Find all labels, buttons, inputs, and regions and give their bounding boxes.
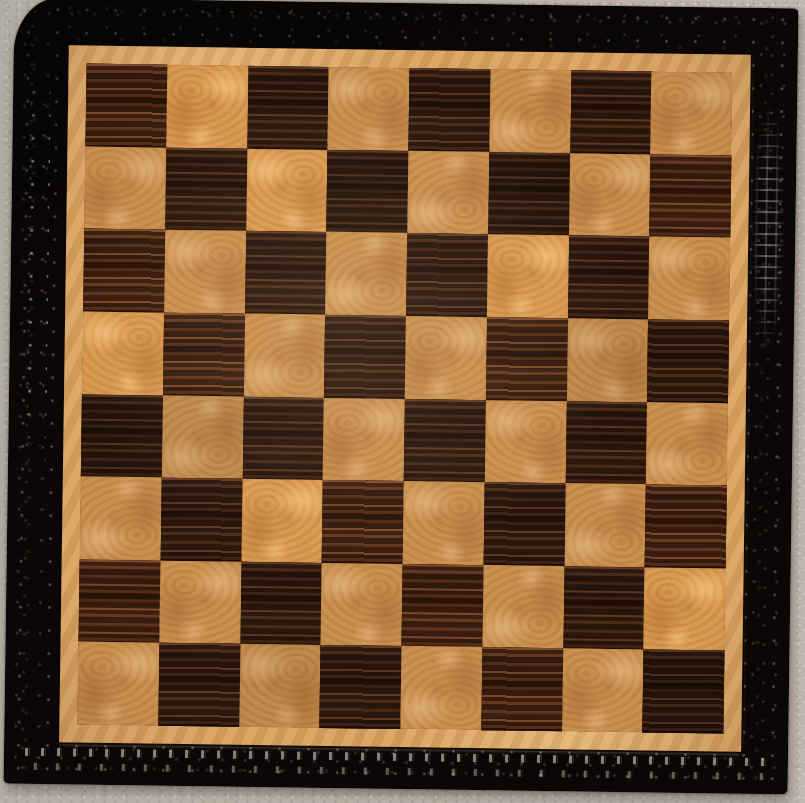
chessboard [4, 0, 799, 794]
board-square-r0c7 [651, 71, 733, 155]
board-square-r4c4 [404, 399, 486, 483]
board-square-r3c3 [324, 315, 406, 399]
board-square-r4c7 [646, 402, 728, 486]
board-square-r7c1 [158, 643, 240, 727]
board-square-r0c4 [408, 68, 490, 152]
board-square-r4c6 [565, 401, 647, 485]
board-square-r6c4 [402, 564, 484, 648]
board-square-r1c2 [246, 148, 328, 232]
board-square-r2c7 [648, 237, 730, 321]
board-square-r6c1 [159, 560, 241, 644]
board-square-r0c1 [166, 65, 248, 149]
board-square-r1c0 [84, 146, 166, 230]
board-square-r2c4 [406, 233, 488, 317]
board-square-r5c0 [80, 477, 162, 561]
board-square-r5c6 [564, 483, 646, 567]
board-square-r0c5 [489, 69, 571, 153]
board-square-r5c5 [483, 482, 565, 566]
board-square-r7c2 [239, 644, 321, 728]
board-square-r6c7 [644, 567, 726, 651]
board-square-r2c0 [83, 229, 165, 313]
board-square-r5c1 [160, 478, 242, 562]
board-square-r3c0 [82, 311, 164, 395]
board-square-r5c2 [241, 479, 323, 563]
board-square-r7c6 [562, 649, 644, 733]
board-square-r7c0 [77, 642, 159, 726]
board-square-r2c6 [568, 236, 650, 320]
board-square-r1c7 [649, 154, 731, 238]
board-square-r5c3 [322, 480, 404, 564]
board-square-r3c6 [566, 318, 648, 402]
board-square-r6c2 [240, 562, 322, 646]
board-square-r0c2 [247, 66, 329, 150]
board-square-r2c5 [487, 234, 569, 318]
board-square-r7c4 [400, 646, 482, 730]
board-square-r4c3 [323, 397, 405, 481]
frame-glare-bottom [20, 746, 772, 787]
board-face [59, 45, 751, 751]
board-square-r5c4 [403, 481, 485, 565]
countertop-surface [0, 0, 805, 803]
frame-speckle-left [20, 58, 52, 478]
board-square-r2c2 [245, 231, 327, 315]
board-square-r6c3 [321, 563, 403, 647]
board-square-r6c0 [79, 559, 161, 643]
board-square-r6c6 [563, 566, 645, 650]
board-square-r2c3 [325, 232, 407, 316]
board-square-r0c0 [85, 64, 167, 148]
frame-glare-right [748, 93, 788, 393]
board-square-r1c1 [165, 147, 247, 231]
board-square-r7c5 [481, 648, 563, 732]
board-square-r3c1 [163, 313, 245, 397]
board-square-r5c7 [645, 485, 727, 569]
board-square-r3c5 [486, 317, 568, 401]
board-square-r1c4 [407, 151, 489, 235]
board-square-r1c3 [327, 150, 409, 234]
board-square-r3c4 [405, 316, 487, 400]
board-square-r4c0 [81, 394, 163, 478]
board-square-r2c1 [164, 230, 246, 314]
board-square-r7c3 [320, 645, 402, 729]
board-square-r3c2 [243, 314, 325, 398]
board-square-r6c5 [482, 565, 564, 649]
board-square-r1c6 [569, 153, 651, 237]
board-square-r4c1 [162, 395, 244, 479]
board-square-r4c5 [485, 400, 567, 484]
board-square-r0c6 [570, 70, 652, 154]
board-square-r0c3 [328, 67, 410, 151]
board-square-r7c7 [643, 650, 725, 734]
board-square-r4c2 [242, 396, 324, 480]
board-square-r1c5 [488, 152, 570, 236]
board-grid [77, 64, 732, 734]
board-square-r3c7 [647, 319, 729, 403]
